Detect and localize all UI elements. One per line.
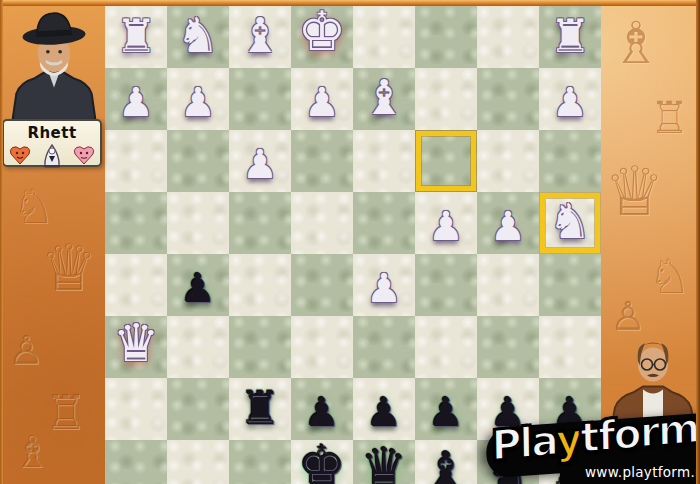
square-g6[interactable] (167, 316, 229, 378)
white-rook-a1[interactable]: ♜ (549, 13, 590, 59)
black-king-e8[interactable]: ♚ (298, 439, 346, 484)
pawn-badge-icon (42, 142, 62, 168)
decorative-piece-engraving: ♙ (8, 330, 44, 370)
square-c6[interactable] (415, 316, 477, 378)
square-b3[interactable] (477, 130, 539, 192)
square-b2[interactable] (477, 68, 539, 130)
square-a3[interactable] (539, 130, 601, 192)
square-c3[interactable] (415, 130, 477, 192)
square-e3[interactable] (291, 130, 353, 192)
window-border-left (0, 0, 3, 484)
square-c4[interactable]: ♟ (415, 192, 477, 254)
square-d5[interactable]: ♟ (353, 254, 415, 316)
square-g1[interactable]: ♞ (167, 6, 229, 68)
opponent-portrait-rhett (6, 6, 102, 122)
black-pawn-e7[interactable]: ♟ (304, 392, 340, 432)
square-c5[interactable] (415, 254, 477, 316)
square-b6[interactable] (477, 316, 539, 378)
square-g5[interactable]: ♟ (167, 254, 229, 316)
square-f3[interactable]: ♟ (229, 130, 291, 192)
square-f1[interactable]: ♝ (229, 6, 291, 68)
decorative-piece-engraving: ♘ (12, 182, 55, 230)
square-f8[interactable] (229, 440, 291, 484)
white-pawn-c4[interactable]: ♟ (428, 206, 464, 246)
square-f2[interactable] (229, 68, 291, 130)
square-e4[interactable] (291, 192, 353, 254)
square-c7[interactable]: ♟ (415, 378, 477, 440)
decorative-piece-engraving: ♙ (610, 296, 646, 336)
square-d8[interactable]: ♛ (353, 440, 415, 484)
decorative-piece-engraving: ♕ (604, 158, 665, 226)
square-h4[interactable] (105, 192, 167, 254)
white-pawn-d5[interactable]: ♟ (366, 268, 402, 308)
square-e8[interactable]: ♚ (291, 440, 353, 484)
white-knight-a4[interactable]: ♞ (548, 197, 591, 245)
square-f4[interactable] (229, 192, 291, 254)
square-c8[interactable]: ♝ (415, 440, 477, 484)
square-g7[interactable] (167, 378, 229, 440)
white-bishop-d2[interactable]: ♝ (362, 73, 405, 121)
square-e6[interactable] (291, 316, 353, 378)
square-a1[interactable]: ♜ (539, 6, 601, 68)
square-f7[interactable]: ♜ (229, 378, 291, 440)
black-rook-f7[interactable]: ♜ (239, 385, 280, 431)
black-queen-d8[interactable]: ♛ (361, 441, 408, 484)
square-d1[interactable] (353, 6, 415, 68)
square-b4[interactable]: ♟ (477, 192, 539, 254)
white-pawn-e2[interactable]: ♟ (304, 82, 340, 122)
window-border-top (0, 0, 700, 6)
square-f6[interactable] (229, 316, 291, 378)
white-rook-h1[interactable]: ♜ (115, 13, 156, 59)
decorative-piece-engraving: ♖ (650, 96, 689, 140)
white-pawn-b4[interactable]: ♟ (490, 206, 526, 246)
heart-face-icon (73, 145, 95, 165)
square-a4[interactable]: ♞ (539, 192, 601, 254)
square-f5[interactable] (229, 254, 291, 316)
square-h3[interactable] (105, 130, 167, 192)
square-c1[interactable] (415, 6, 477, 68)
square-h2[interactable]: ♟ (105, 68, 167, 130)
white-bishop-f1[interactable]: ♝ (238, 11, 281, 59)
game-window: ♗♖♕♘♙♘♕♙♖♗ ♜♞♝♚♜♟♟♟♝♟♟♟♟♞♟♟♛♜♟♟♟♟♟♚♛♝♞♜ … (0, 0, 700, 484)
square-e2[interactable]: ♟ (291, 68, 353, 130)
decorative-piece-engraving: ♘ (648, 252, 691, 300)
white-pawn-a2[interactable]: ♟ (552, 82, 588, 122)
white-knight-g1[interactable]: ♞ (176, 11, 219, 59)
white-pawn-f3[interactable]: ♟ (242, 144, 278, 184)
player-name-top: Rhett (4, 124, 100, 142)
heart-face-icon (9, 145, 31, 165)
square-e1[interactable]: ♚ (291, 6, 353, 68)
player-nameplate-top: Rhett (2, 119, 102, 167)
square-g8[interactable] (167, 440, 229, 484)
square-a6[interactable] (539, 316, 601, 378)
square-e7[interactable]: ♟ (291, 378, 353, 440)
square-a5[interactable] (539, 254, 601, 316)
square-a2[interactable]: ♟ (539, 68, 601, 130)
square-h7[interactable] (105, 378, 167, 440)
square-h6[interactable]: ♛ (105, 316, 167, 378)
black-bishop-c8[interactable]: ♝ (424, 445, 467, 484)
square-h8[interactable] (105, 440, 167, 484)
square-d3[interactable] (353, 130, 415, 192)
decorative-piece-engraving: ♗ (12, 430, 51, 474)
square-h5[interactable] (105, 254, 167, 316)
square-b5[interactable] (477, 254, 539, 316)
chess-board[interactable]: ♜♞♝♚♜♟♟♟♝♟♟♟♟♞♟♟♛♜♟♟♟♟♟♚♛♝♞♜ (105, 6, 601, 484)
square-d6[interactable] (353, 316, 415, 378)
square-h1[interactable]: ♜ (105, 6, 167, 68)
white-pawn-h2[interactable]: ♟ (118, 82, 154, 122)
mood-icon-row (4, 143, 100, 167)
square-d4[interactable] (353, 192, 415, 254)
square-d7[interactable]: ♟ (353, 378, 415, 440)
watermark-url: www.playtform.net (585, 464, 700, 480)
black-pawn-d7[interactable]: ♟ (366, 392, 402, 432)
black-pawn-g5[interactable]: ♟ (180, 268, 216, 308)
white-pawn-g2[interactable]: ♟ (180, 82, 216, 122)
decorative-piece-engraving: ♕ (40, 236, 97, 300)
window-border-right (696, 0, 700, 484)
square-b1[interactable] (477, 6, 539, 68)
black-pawn-c7[interactable]: ♟ (428, 392, 464, 432)
square-e5[interactable] (291, 254, 353, 316)
square-g2[interactable]: ♟ (167, 68, 229, 130)
square-d2[interactable]: ♝ (353, 68, 415, 130)
white-king-e1[interactable]: ♚ (298, 5, 346, 59)
square-g4[interactable] (167, 192, 229, 254)
square-g3[interactable] (167, 130, 229, 192)
white-queen-h6[interactable]: ♛ (113, 317, 160, 369)
square-c2[interactable] (415, 68, 477, 130)
decorative-piece-engraving: ♗ (610, 14, 662, 72)
